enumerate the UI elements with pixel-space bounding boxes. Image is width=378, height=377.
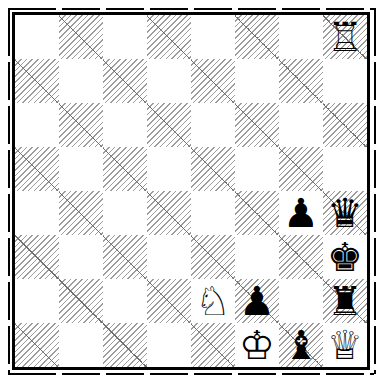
square-a7[interactable] [15, 59, 59, 103]
square-f8[interactable] [235, 15, 279, 59]
outer-frame-line-top [8, 8, 374, 10]
board-border: ♖♟♛♚♘♟♜♔♝♕ [12, 12, 370, 370]
square-f1[interactable]: ♔ [235, 323, 279, 367]
square-h7[interactable] [323, 59, 367, 103]
square-f3[interactable] [235, 235, 279, 279]
piece-white-knight: ♘ [195, 279, 231, 323]
square-h6[interactable] [323, 103, 367, 147]
square-c7[interactable] [103, 59, 147, 103]
square-c3[interactable] [103, 235, 147, 279]
square-b8[interactable] [59, 15, 103, 59]
square-f7[interactable] [235, 59, 279, 103]
square-d8[interactable] [147, 15, 191, 59]
piece-white-queen: ♕ [327, 323, 363, 367]
outer-frame-line-left [8, 8, 10, 374]
square-f6[interactable] [235, 103, 279, 147]
square-b3[interactable] [59, 235, 103, 279]
outer-frame-line-bottom [8, 373, 374, 375]
square-d4[interactable] [147, 191, 191, 235]
square-g8[interactable] [279, 15, 323, 59]
square-d6[interactable] [147, 103, 191, 147]
square-b5[interactable] [59, 147, 103, 191]
square-b4[interactable] [59, 191, 103, 235]
square-e3[interactable] [191, 235, 235, 279]
square-c5[interactable] [103, 147, 147, 191]
square-g4[interactable]: ♟ [279, 191, 323, 235]
square-b2[interactable] [59, 279, 103, 323]
square-a3[interactable] [15, 235, 59, 279]
square-f4[interactable] [235, 191, 279, 235]
piece-white-king: ♔ [239, 323, 275, 367]
square-a6[interactable] [15, 103, 59, 147]
square-d7[interactable] [147, 59, 191, 103]
square-d2[interactable] [147, 279, 191, 323]
square-h4[interactable]: ♛ [323, 191, 367, 235]
square-a5[interactable] [15, 147, 59, 191]
square-c1[interactable] [103, 323, 147, 367]
piece-black-bishop: ♝ [283, 323, 319, 367]
square-e7[interactable] [191, 59, 235, 103]
square-g5[interactable] [279, 147, 323, 191]
square-g6[interactable] [279, 103, 323, 147]
square-a8[interactable] [15, 15, 59, 59]
square-c2[interactable] [103, 279, 147, 323]
square-c4[interactable] [103, 191, 147, 235]
piece-white-rook: ♖ [327, 15, 363, 59]
square-e8[interactable] [191, 15, 235, 59]
square-e4[interactable] [191, 191, 235, 235]
piece-black-queen: ♛ [327, 191, 363, 235]
piece-black-pawn: ♟ [283, 191, 319, 235]
square-g1[interactable]: ♝ [279, 323, 323, 367]
chess-diagram: ♖♟♛♚♘♟♜♔♝♕ [0, 0, 378, 377]
piece-black-pawn: ♟ [239, 279, 275, 323]
square-f5[interactable] [235, 147, 279, 191]
square-e5[interactable] [191, 147, 235, 191]
piece-black-king: ♚ [327, 235, 363, 279]
square-c8[interactable] [103, 15, 147, 59]
square-a2[interactable] [15, 279, 59, 323]
square-d1[interactable] [147, 323, 191, 367]
square-d3[interactable] [147, 235, 191, 279]
square-b7[interactable] [59, 59, 103, 103]
square-c6[interactable] [103, 103, 147, 147]
square-d5[interactable] [147, 147, 191, 191]
square-f2[interactable]: ♟ [235, 279, 279, 323]
square-a4[interactable] [15, 191, 59, 235]
square-h8[interactable]: ♖ [323, 15, 367, 59]
square-a1[interactable] [15, 323, 59, 367]
square-h5[interactable] [323, 147, 367, 191]
square-h2[interactable]: ♜ [323, 279, 367, 323]
square-e1[interactable] [191, 323, 235, 367]
outer-frame-line-right [374, 8, 376, 374]
square-e6[interactable] [191, 103, 235, 147]
square-g2[interactable] [279, 279, 323, 323]
square-h3[interactable]: ♚ [323, 235, 367, 279]
chess-board: ♖♟♛♚♘♟♜♔♝♕ [15, 15, 367, 367]
square-b6[interactable] [59, 103, 103, 147]
square-g7[interactable] [279, 59, 323, 103]
square-e2[interactable]: ♘ [191, 279, 235, 323]
square-h1[interactable]: ♕ [323, 323, 367, 367]
square-b1[interactable] [59, 323, 103, 367]
square-g3[interactable] [279, 235, 323, 279]
piece-black-rook: ♜ [327, 279, 363, 323]
